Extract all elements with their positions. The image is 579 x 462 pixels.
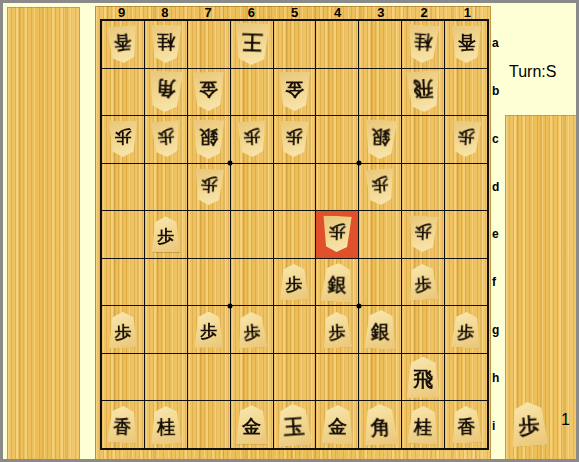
- board: 987654321 香桂王桂香角金金飛歩歩銀歩歩銀歩歩歩歩歩歩歩銀歩歩歩歩歩銀歩…: [95, 6, 491, 461]
- square-6d[interactable]: [231, 164, 273, 211]
- file-label-9: 9: [100, 6, 143, 20]
- square-3g[interactable]: 銀: [359, 306, 401, 353]
- koma-gote-pawn-2e[interactable]: 歩: [407, 216, 439, 254]
- koma-glyph: 金: [199, 80, 218, 99]
- square-4e[interactable]: 歩: [316, 211, 358, 258]
- square-2c[interactable]: [402, 116, 444, 163]
- file-label-3: 3: [359, 6, 402, 20]
- square-1d[interactable]: [445, 164, 487, 211]
- koma-glyph: 桂: [157, 33, 175, 51]
- square-2d[interactable]: [402, 164, 444, 211]
- koma-gote-knight-2a[interactable]: 桂: [406, 24, 441, 64]
- koma-sente-silver-3g[interactable]: 銀: [363, 310, 397, 350]
- koma-glyph: 金: [285, 80, 304, 99]
- square-6c[interactable]: 歩: [231, 116, 273, 163]
- square-1a[interactable]: 香: [445, 21, 487, 68]
- square-1e[interactable]: [445, 211, 487, 258]
- koma-glyph: 歩: [329, 224, 347, 242]
- koma-glyph: 香: [457, 417, 476, 436]
- koma-glyph: 歩: [414, 275, 432, 293]
- koma-sente-pawn-9g[interactable]: 歩: [108, 311, 139, 348]
- file-label-5: 5: [273, 6, 316, 20]
- koma-gote-rook-2b[interactable]: 飛: [405, 70, 442, 113]
- koma-glyph: 桂: [157, 418, 175, 436]
- koma-gote-pawn-5c[interactable]: 歩: [279, 121, 310, 158]
- koma-glyph: 歩: [329, 323, 347, 341]
- hand-slot-pawn: 歩: [509, 401, 549, 447]
- koma-gote-bishop-8b[interactable]: 角: [147, 70, 184, 113]
- rank-label-b: b: [492, 67, 506, 115]
- square-2i[interactable]: 桂: [402, 401, 444, 448]
- square-8a[interactable]: 桂: [145, 21, 187, 68]
- koma-glyph: 桂: [414, 33, 433, 52]
- square-4i[interactable]: 金: [316, 401, 358, 448]
- square-2h[interactable]: 飛: [402, 354, 444, 401]
- file-label-6: 6: [230, 6, 273, 20]
- koma-glyph: 歩: [243, 323, 261, 341]
- square-4c[interactable]: [316, 116, 358, 163]
- koma-glyph: 金: [242, 417, 261, 436]
- square-9h[interactable]: [102, 354, 144, 401]
- square-7c[interactable]: 銀: [188, 116, 230, 163]
- hand-koma-pawn-glyph: 歩: [518, 415, 540, 437]
- file-labels: 987654321: [100, 6, 489, 19]
- square-9d[interactable]: [102, 164, 144, 211]
- koma-glyph: 歩: [457, 323, 475, 341]
- koma-gote-pawn-6c[interactable]: 歩: [236, 121, 268, 159]
- koma-gote-silver-7c[interactable]: 銀: [192, 120, 226, 160]
- square-3i[interactable]: 角: [359, 401, 401, 448]
- koma-glyph: 歩: [157, 128, 175, 146]
- square-8i[interactable]: 桂: [145, 401, 187, 448]
- koma-glyph: 銀: [199, 128, 218, 147]
- koma-gote-lance-9a[interactable]: 香: [106, 25, 140, 64]
- koma-glyph: 銀: [370, 127, 390, 147]
- koma-glyph: 金: [328, 417, 347, 436]
- square-7i[interactable]: [188, 401, 230, 448]
- square-5c[interactable]: 歩: [274, 116, 316, 163]
- koma-glyph: 玉: [283, 416, 305, 438]
- koma-glyph: 歩: [243, 128, 261, 146]
- square-5i[interactable]: 玉: [274, 401, 316, 448]
- file-label-8: 8: [143, 6, 186, 20]
- file-label-4: 4: [316, 6, 359, 20]
- square-9e[interactable]: [102, 211, 144, 258]
- square-3h[interactable]: [359, 354, 401, 401]
- square-1g[interactable]: 歩: [445, 306, 487, 353]
- koma-gote-knight-8a[interactable]: 桂: [149, 25, 182, 64]
- square-4a[interactable]: [316, 21, 358, 68]
- koma-sente-rook-2h[interactable]: 飛: [406, 357, 441, 398]
- koma-glyph: 歩: [457, 128, 475, 146]
- koma-glyph: 歩: [114, 129, 131, 146]
- koma-glyph: 歩: [371, 176, 389, 194]
- koma-glyph: 香: [113, 33, 132, 52]
- koma-gote-gold-7b[interactable]: 金: [192, 72, 226, 112]
- square-2f[interactable]: 歩: [402, 259, 444, 306]
- koma-gote-silver-3c[interactable]: 銀: [363, 119, 398, 160]
- koma-sente-pawn-4g[interactable]: 歩: [321, 311, 353, 349]
- koma-glyph: 歩: [157, 228, 174, 245]
- square-2e[interactable]: 歩: [402, 211, 444, 258]
- square-5h[interactable]: [274, 354, 316, 401]
- square-8c[interactable]: 歩: [145, 116, 187, 163]
- koma-sente-gold-6i[interactable]: 金: [235, 405, 268, 444]
- app-frame: 987654321 香桂王桂香角金金飛歩歩銀歩歩銀歩歩歩歩歩歩歩銀歩歩歩歩歩銀歩…: [0, 0, 579, 462]
- koma-gote-pawn-7d[interactable]: 歩: [193, 168, 225, 206]
- koma-gote-king-6a[interactable]: 王: [233, 23, 270, 66]
- koma-sente-bishop-3i[interactable]: 角: [362, 403, 399, 446]
- koma-glyph: 香: [113, 417, 132, 436]
- koma-glyph: 飛: [413, 79, 434, 100]
- hoshi-dot: [228, 161, 233, 166]
- koma-glyph: 銀: [327, 274, 347, 294]
- square-5a[interactable]: [274, 21, 316, 68]
- koma-glyph: 銀: [370, 322, 390, 342]
- koma-glyph: 歩: [200, 323, 217, 340]
- square-4b[interactable]: [316, 69, 358, 116]
- square-9b[interactable]: [102, 69, 144, 116]
- square-8d[interactable]: [145, 164, 187, 211]
- koma-glyph: 歩: [414, 224, 432, 242]
- koma-sente-gold-4i[interactable]: 金: [321, 405, 355, 445]
- koma-sente-king-5i[interactable]: 玉: [275, 403, 314, 447]
- board-grid: 香桂王桂香角金金飛歩歩銀歩歩銀歩歩歩歩歩歩歩銀歩歩歩歩歩銀歩飛香桂金玉金角桂香: [100, 19, 489, 450]
- koma-glyph: 王: [241, 31, 263, 53]
- square-2a[interactable]: 桂: [402, 21, 444, 68]
- koma-glyph: 桂: [414, 417, 433, 436]
- square-3d[interactable]: 歩: [359, 164, 401, 211]
- rank-label-c: c: [492, 115, 506, 163]
- square-6b[interactable]: [231, 69, 273, 116]
- koma-gote-lance-1a[interactable]: 香: [451, 26, 482, 63]
- square-3e[interactable]: [359, 211, 401, 258]
- square-4f[interactable]: 銀: [316, 259, 358, 306]
- square-6a[interactable]: 王: [231, 21, 273, 68]
- file-label-2: 2: [403, 6, 446, 20]
- turn-indicator: Turn:S: [509, 63, 579, 81]
- square-3a[interactable]: [359, 21, 401, 68]
- square-1i[interactable]: 香: [445, 401, 487, 448]
- square-7b[interactable]: 金: [188, 69, 230, 116]
- file-label-1: 1: [446, 6, 489, 20]
- square-3f[interactable]: [359, 259, 401, 306]
- square-3b[interactable]: [359, 69, 401, 116]
- koma-glyph: 歩: [286, 129, 304, 147]
- koma-gote-pawn-4e[interactable]: 歩: [322, 216, 353, 253]
- square-6f[interactable]: [231, 259, 273, 306]
- square-1f[interactable]: [445, 259, 487, 306]
- koma-sente-pawn-8e[interactable]: 歩: [151, 216, 181, 252]
- square-6h[interactable]: [231, 354, 273, 401]
- koma-gote-gold-5b[interactable]: 金: [278, 72, 311, 111]
- sente-komadai: 歩 1: [505, 115, 579, 460]
- rank-label-h: h: [492, 354, 506, 402]
- square-4d[interactable]: [316, 164, 358, 211]
- koma-glyph: 香: [457, 33, 475, 51]
- square-7e[interactable]: [188, 211, 230, 258]
- square-3c[interactable]: 銀: [359, 116, 401, 163]
- square-6e[interactable]: [231, 211, 273, 258]
- koma-glyph: 歩: [114, 323, 131, 340]
- square-1c[interactable]: 歩: [445, 116, 487, 163]
- koma-glyph: 歩: [286, 275, 303, 292]
- koma-gote-pawn-9c[interactable]: 歩: [108, 121, 138, 157]
- square-7a[interactable]: [188, 21, 230, 68]
- rank-labels: abcdefghi: [492, 19, 506, 450]
- square-9a[interactable]: 香: [102, 21, 144, 68]
- koma-glyph: 角: [370, 416, 391, 437]
- koma-sente-pawn-5f[interactable]: 歩: [279, 264, 310, 301]
- hoshi-dot: [356, 303, 361, 308]
- koma-sente-pawn-2f[interactable]: 歩: [407, 263, 439, 301]
- koma-gote-pawn-3d[interactable]: 歩: [364, 168, 396, 206]
- square-7g[interactable]: 歩: [188, 306, 230, 353]
- hand-koma-pawn[interactable]: 歩: [509, 401, 550, 448]
- koma-sente-silver-4f[interactable]: 銀: [320, 261, 356, 302]
- square-7d[interactable]: 歩: [188, 164, 230, 211]
- square-6i[interactable]: 金: [231, 401, 273, 448]
- hand-count: 1: [561, 411, 570, 429]
- rank-label-f: f: [492, 258, 506, 306]
- rank-label-d: d: [492, 163, 506, 211]
- square-8e[interactable]: 歩: [145, 211, 187, 258]
- gote-komadai: [7, 7, 80, 460]
- square-9c[interactable]: 歩: [102, 116, 144, 163]
- square-8g[interactable]: [145, 306, 187, 353]
- koma-sente-pawn-7g[interactable]: 歩: [194, 312, 224, 348]
- koma-sente-knight-2i[interactable]: 桂: [407, 405, 440, 444]
- koma-glyph: 歩: [200, 176, 218, 194]
- square-5f[interactable]: 歩: [274, 259, 316, 306]
- square-8h[interactable]: [145, 354, 187, 401]
- square-6g[interactable]: 歩: [231, 306, 273, 353]
- koma-glyph: 飛: [413, 369, 433, 389]
- square-5b[interactable]: 金: [274, 69, 316, 116]
- rank-label-e: e: [492, 211, 506, 259]
- square-9f[interactable]: [102, 259, 144, 306]
- square-5e[interactable]: [274, 211, 316, 258]
- square-2g[interactable]: [402, 306, 444, 353]
- rank-label-a: a: [492, 19, 506, 67]
- hoshi-dot: [228, 303, 233, 308]
- file-label-7: 7: [186, 6, 229, 20]
- koma-gote-pawn-1c[interactable]: 歩: [450, 120, 482, 158]
- koma-glyph: 角: [155, 79, 176, 100]
- square-4h[interactable]: [316, 354, 358, 401]
- rank-label-i: i: [492, 402, 506, 450]
- square-5g[interactable]: [274, 306, 316, 353]
- koma-sente-pawn-1g[interactable]: 歩: [450, 311, 482, 349]
- square-9i[interactable]: 香: [102, 401, 144, 448]
- square-1b[interactable]: [445, 69, 487, 116]
- square-7f[interactable]: [188, 259, 230, 306]
- koma-gote-pawn-8c[interactable]: 歩: [150, 120, 182, 158]
- koma-sente-lance-1i[interactable]: 香: [450, 406, 482, 444]
- square-8f[interactable]: [145, 259, 187, 306]
- square-9g[interactable]: 歩: [102, 306, 144, 353]
- koma-sente-knight-8i[interactable]: 桂: [149, 405, 182, 444]
- hoshi-dot: [356, 161, 361, 166]
- koma-sente-pawn-6g[interactable]: 歩: [235, 311, 267, 349]
- square-8b[interactable]: 角: [145, 69, 187, 116]
- rank-label-g: g: [492, 306, 506, 354]
- square-5d[interactable]: [274, 164, 316, 211]
- square-1h[interactable]: [445, 354, 487, 401]
- koma-sente-lance-9i[interactable]: 香: [106, 405, 139, 444]
- square-7h[interactable]: [188, 354, 230, 401]
- square-2b[interactable]: 飛: [402, 69, 444, 116]
- square-4g[interactable]: 歩: [316, 306, 358, 353]
